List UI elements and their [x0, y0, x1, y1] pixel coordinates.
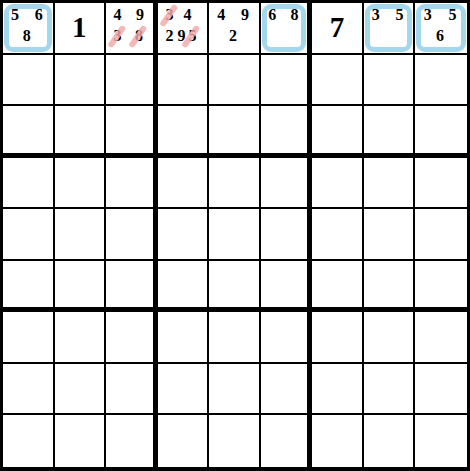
pencil-mark: 8 — [135, 28, 143, 44]
cell-r1c0[interactable] — [3, 55, 55, 107]
pencil-mark: 5 — [396, 7, 404, 23]
cell-r4c4[interactable] — [209, 209, 261, 261]
cell-r7c1[interactable] — [55, 364, 107, 416]
strike-mark — [159, 4, 178, 28]
cell-r5c3[interactable] — [158, 261, 210, 313]
cell-r7c5[interactable] — [261, 364, 313, 416]
cell-r8c3[interactable] — [158, 415, 210, 467]
cell-r1c1[interactable] — [55, 55, 107, 107]
cell-r8c4[interactable] — [209, 415, 261, 467]
cell-r6c7[interactable] — [364, 312, 416, 364]
cell-r0c3[interactable]: 34295 — [158, 3, 210, 55]
cell-r4c2[interactable] — [106, 209, 158, 261]
cell-r7c0[interactable] — [3, 364, 55, 416]
cell-r3c1[interactable] — [55, 158, 107, 210]
cell-r5c7[interactable] — [364, 261, 416, 313]
cell-r4c3[interactable] — [158, 209, 210, 261]
cell-r8c8[interactable] — [415, 415, 467, 467]
cell-r7c7[interactable] — [364, 364, 416, 416]
strike-mark — [128, 24, 147, 48]
cell-r3c3[interactable] — [158, 158, 210, 210]
cell-r8c0[interactable] — [3, 415, 55, 467]
cell-r5c5[interactable] — [261, 261, 313, 313]
cell-r4c6[interactable] — [312, 209, 364, 261]
cell-r1c8[interactable] — [415, 55, 467, 107]
cell-r1c6[interactable] — [312, 55, 364, 107]
pencil-mark: 3 — [424, 7, 432, 23]
cell-r6c6[interactable] — [312, 312, 364, 364]
pencil-mark: 5 — [448, 7, 456, 23]
cell-r2c0[interactable] — [3, 106, 55, 158]
cell-r5c2[interactable] — [106, 261, 158, 313]
cell-r2c5[interactable] — [261, 106, 313, 158]
sudoku-board: 568149383429549268735356 — [0, 0, 470, 471]
pencil-mark: 5 — [188, 28, 196, 44]
cell-r2c2[interactable] — [106, 106, 158, 158]
cell-r3c4[interactable] — [209, 158, 261, 210]
cell-r7c3[interactable] — [158, 364, 210, 416]
cell-r1c2[interactable] — [106, 55, 158, 107]
cell-r8c1[interactable] — [55, 415, 107, 467]
cell-r0c2[interactable]: 4938 — [106, 3, 158, 55]
pencil-mark: 3 — [372, 7, 380, 23]
cell-value: 7 — [312, 3, 362, 53]
cell-r1c7[interactable] — [364, 55, 416, 107]
cell-r3c2[interactable] — [106, 158, 158, 210]
cell-r5c4[interactable] — [209, 261, 261, 313]
cell-r0c4[interactable]: 492 — [209, 3, 261, 55]
cell-r2c4[interactable] — [209, 106, 261, 158]
cell-r5c6[interactable] — [312, 261, 364, 313]
pencil-mark: 8 — [23, 28, 31, 44]
strike-mark — [107, 24, 126, 48]
cell-r7c2[interactable] — [106, 364, 158, 416]
cell-r0c8[interactable]: 356 — [415, 3, 467, 55]
cell-r0c1[interactable]: 1 — [55, 3, 107, 55]
cell-r7c6[interactable] — [312, 364, 364, 416]
pencil-mark: 8 — [291, 7, 299, 23]
cell-r5c8[interactable] — [415, 261, 467, 313]
cell-r4c7[interactable] — [364, 209, 416, 261]
cell-r3c0[interactable] — [3, 158, 55, 210]
cell-r6c2[interactable] — [106, 312, 158, 364]
cell-r6c4[interactable] — [209, 312, 261, 364]
pencil-mark: 6 — [268, 7, 276, 23]
pencil-mark: 6 — [35, 7, 43, 23]
cell-r1c4[interactable] — [209, 55, 261, 107]
cell-r2c7[interactable] — [364, 106, 416, 158]
pencil-mark: 4 — [114, 7, 122, 23]
cell-r2c6[interactable] — [312, 106, 364, 158]
cell-r5c0[interactable] — [3, 261, 55, 313]
cell-r0c0[interactable]: 568 — [3, 3, 55, 55]
cell-r2c1[interactable] — [55, 106, 107, 158]
pencil-mark: 5 — [11, 7, 19, 23]
cell-r4c8[interactable] — [415, 209, 467, 261]
pencil-mark: 4 — [217, 7, 225, 23]
cell-r3c8[interactable] — [415, 158, 467, 210]
pencil-mark: 6 — [436, 28, 444, 44]
cell-r7c4[interactable] — [209, 364, 261, 416]
cell-r7c8[interactable] — [415, 364, 467, 416]
cell-r2c8[interactable] — [415, 106, 467, 158]
cell-r1c5[interactable] — [261, 55, 313, 107]
cell-r0c5[interactable]: 68 — [261, 3, 313, 55]
pencil-mark: 9 — [177, 28, 185, 44]
cell-r4c0[interactable] — [3, 209, 55, 261]
cell-r6c0[interactable] — [3, 312, 55, 364]
cell-r8c5[interactable] — [261, 415, 313, 467]
cell-r6c5[interactable] — [261, 312, 313, 364]
cell-r0c6[interactable]: 7 — [312, 3, 364, 55]
pencil-mark: 4 — [183, 7, 191, 23]
pencil-mark: 2 — [229, 28, 237, 44]
pencil-mark: 9 — [136, 7, 144, 23]
cell-r8c6[interactable] — [312, 415, 364, 467]
cell-r3c7[interactable] — [364, 158, 416, 210]
cell-r4c1[interactable] — [55, 209, 107, 261]
cell-r2c3[interactable] — [158, 106, 210, 158]
cell-r0c7[interactable]: 35 — [364, 3, 416, 55]
cell-r4c5[interactable] — [261, 209, 313, 261]
cell-r8c2[interactable] — [106, 415, 158, 467]
cell-r1c3[interactable] — [158, 55, 210, 107]
cell-value: 1 — [55, 3, 105, 53]
cell-r8c7[interactable] — [364, 415, 416, 467]
cell-r3c6[interactable] — [312, 158, 364, 210]
cell-r5c1[interactable] — [55, 261, 107, 313]
pencil-mark: 2 — [166, 28, 174, 44]
cell-r6c1[interactable] — [55, 312, 107, 364]
cell-r3c5[interactable] — [261, 158, 313, 210]
cell-r6c8[interactable] — [415, 312, 467, 364]
pencil-mark: 3 — [114, 28, 122, 44]
cell-r6c3[interactable] — [158, 312, 210, 364]
pencil-mark: 3 — [166, 7, 174, 23]
pencil-mark: 9 — [241, 7, 249, 23]
